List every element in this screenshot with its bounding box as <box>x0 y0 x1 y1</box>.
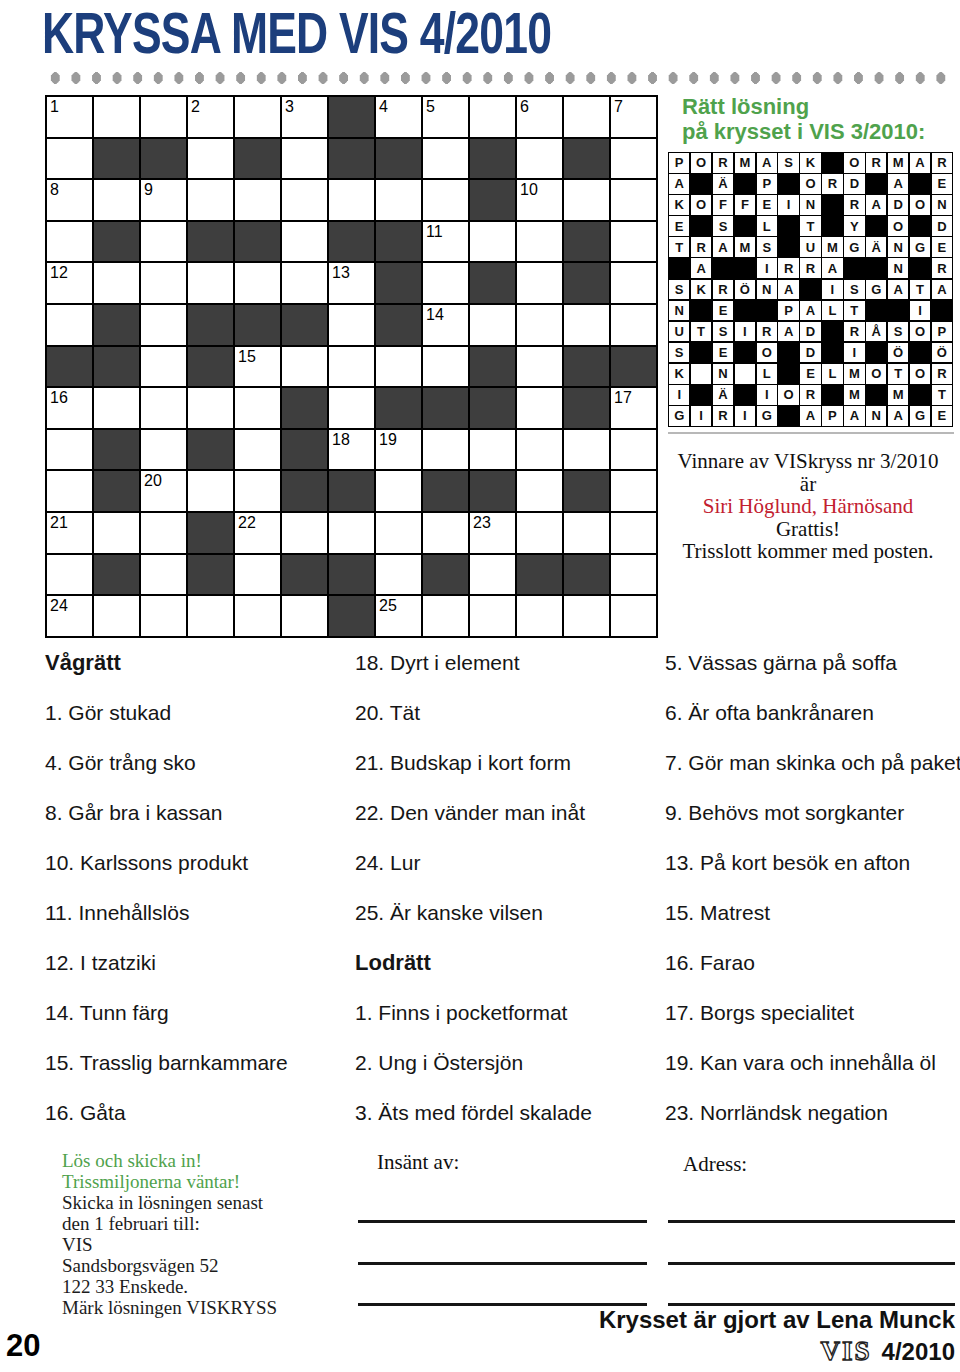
grid-cell[interactable] <box>235 97 280 137</box>
grid-cell[interactable] <box>188 388 233 428</box>
block-cell <box>735 301 755 321</box>
grid-cell[interactable] <box>611 180 656 220</box>
grid-cell: S <box>888 322 908 342</box>
clue-number: 3 <box>285 97 294 117</box>
grid-cell[interactable] <box>611 513 656 553</box>
grid-cell: R <box>932 258 952 278</box>
solution-letter: A <box>893 282 902 297</box>
block-cell <box>866 385 886 405</box>
clue-item: 12. I tzatziki <box>45 938 350 988</box>
clue-column-1: Vågrätt 1. Gör stukad 4. Gör trång sko 8… <box>45 638 350 1138</box>
grid-cell[interactable]: 14 <box>423 305 468 345</box>
page-title: KRYSSA MED VIS 4/2010 <box>42 0 551 66</box>
block-cell <box>94 347 139 387</box>
grid-cell: D <box>932 216 952 236</box>
grid-cell[interactable] <box>470 430 515 470</box>
grid-cell: O <box>691 195 711 215</box>
clue-item: 23. Norrländsk negation <box>665 1088 960 1138</box>
grid-cell[interactable] <box>564 513 609 553</box>
grid-cell[interactable] <box>282 596 327 636</box>
grid-cell[interactable]: 24 <box>47 596 92 636</box>
sent-by-field-line-2[interactable] <box>358 1262 647 1265</box>
grid-cell[interactable] <box>141 305 186 345</box>
author-credit: Krysset är gjort av Lena Munck <box>599 1306 955 1334</box>
solution-letter: I <box>765 261 769 276</box>
block-cell <box>188 222 233 262</box>
grid-cell[interactable]: 19 <box>376 430 421 470</box>
solution-letter: M <box>849 366 860 381</box>
solution-letter: O <box>849 155 859 170</box>
grid-cell[interactable] <box>94 180 139 220</box>
grid-cell[interactable]: 6 <box>517 97 562 137</box>
grid-cell[interactable] <box>141 263 186 303</box>
solution-grid: PORMASKORMARAÄPORDAEKOFFEINRADONESLTYODT… <box>668 152 953 427</box>
clue-item: 1. Gör stukad <box>45 688 350 738</box>
grid-cell[interactable] <box>235 555 280 595</box>
clue-number: 18 <box>332 430 350 450</box>
grid-cell: O <box>778 385 798 405</box>
clue-column-3: 5. Vässas gärna på soffa 6. Är ofta bank… <box>665 638 960 1138</box>
sent-by-label: Insänt av: <box>377 1150 459 1175</box>
solution-letter: T <box>850 303 858 318</box>
grid-cell[interactable]: 9 <box>141 180 186 220</box>
grid-cell[interactable] <box>94 596 139 636</box>
solution-letter: I <box>918 303 922 318</box>
grid-cell[interactable] <box>47 555 92 595</box>
solution-letter: A <box>915 155 924 170</box>
grid-cell: O <box>910 195 930 215</box>
clue-item: 1. Finns i pocketformat <box>355 988 660 1038</box>
solution-letter: S <box>719 219 728 234</box>
clue-item: 9. Behövs mot sorgkanter <box>665 788 960 838</box>
grid-cell: A <box>778 322 798 342</box>
grid-cell[interactable]: 22 <box>235 513 280 553</box>
solution-letter: I <box>765 387 769 402</box>
grid-cell[interactable] <box>188 139 233 179</box>
block-cell <box>470 471 515 511</box>
grid-cell[interactable] <box>282 263 327 303</box>
clue-number: 21 <box>50 513 68 533</box>
grid-cell[interactable] <box>376 513 421 553</box>
grid-cell[interactable] <box>141 596 186 636</box>
grid-cell <box>735 364 755 384</box>
grid-cell: Y <box>844 216 864 236</box>
solution-letter: P <box>938 324 947 339</box>
grid-cell[interactable]: 12 <box>47 263 92 303</box>
clue-number: 11 <box>426 222 443 242</box>
grid-cell[interactable] <box>282 180 327 220</box>
solution-letter: M <box>739 240 750 255</box>
grid-cell[interactable]: 20 <box>141 471 186 511</box>
grid-cell[interactable] <box>141 388 186 428</box>
grid-cell: M <box>735 237 755 257</box>
grid-cell: G <box>844 237 864 257</box>
grid-cell[interactable] <box>564 305 609 345</box>
grid-cell[interactable] <box>188 596 233 636</box>
grid-cell[interactable]: 25 <box>376 596 421 636</box>
solution-letter: I <box>677 387 681 402</box>
grid-cell[interactable] <box>94 513 139 553</box>
grid-cell[interactable] <box>188 180 233 220</box>
grid-cell[interactable] <box>282 139 327 179</box>
grid-cell[interactable] <box>517 305 562 345</box>
block-cell <box>669 258 689 278</box>
grid-cell[interactable] <box>376 471 421 511</box>
clue-number: 12 <box>50 263 68 283</box>
grid-cell: Å <box>866 322 886 342</box>
grid-cell[interactable] <box>564 180 609 220</box>
grid-cell[interactable] <box>517 347 562 387</box>
grid-cell: I <box>669 385 689 405</box>
grid-cell[interactable]: 17 <box>611 388 656 428</box>
grid-cell[interactable] <box>235 388 280 428</box>
solution-letter: A <box>872 197 881 212</box>
grid-cell: A <box>800 301 820 321</box>
solution-letter: O <box>696 155 706 170</box>
solution-letter: S <box>675 345 684 360</box>
grid-cell[interactable] <box>517 430 562 470</box>
grid-cell[interactable] <box>141 222 186 262</box>
block-cell <box>800 280 820 300</box>
clue-number: 19 <box>379 430 397 450</box>
grid-cell[interactable] <box>517 513 562 553</box>
grid-cell: U <box>669 322 689 342</box>
page-number: 20 <box>6 1328 40 1364</box>
clue-item: 3. Äts med fördel skalade <box>355 1088 660 1138</box>
block-cell <box>329 555 374 595</box>
solution-letter: E <box>675 219 684 234</box>
grid-cell[interactable] <box>423 513 468 553</box>
grid-cell[interactable]: 1 <box>47 97 92 137</box>
solution-letter: O <box>893 219 903 234</box>
submission-info: Lös och skicka in! Trissmiljonerna vänta… <box>62 1150 277 1318</box>
grid-cell[interactable] <box>235 596 280 636</box>
block-cell <box>235 305 280 345</box>
grid-cell: P <box>822 406 842 426</box>
block-cell <box>282 555 327 595</box>
block-cell <box>423 388 468 428</box>
solution-letter: O <box>915 366 925 381</box>
grid-cell: I <box>757 258 777 278</box>
grid-cell: O <box>910 364 930 384</box>
grid-cell: R <box>757 322 777 342</box>
grid-cell[interactable] <box>94 263 139 303</box>
grid-cell[interactable] <box>611 222 656 262</box>
grid-cell[interactable] <box>235 180 280 220</box>
clue-item: 19. Kan vara och innehålla öl <box>665 1038 960 1088</box>
grid-cell: R <box>691 237 711 257</box>
solution-letter: S <box>762 240 771 255</box>
grid-cell[interactable] <box>141 555 186 595</box>
clue-item: 16. Gåta <box>45 1088 350 1138</box>
clue-item: 24. Lur <box>355 838 660 888</box>
block-cell <box>822 343 842 363</box>
solution-letter: D <box>806 345 815 360</box>
issue-number: 4/2010 <box>882 1338 955 1366</box>
grid-cell: Ä <box>866 237 886 257</box>
grid-cell[interactable] <box>47 471 92 511</box>
grid-cell[interactable]: 13 <box>329 263 374 303</box>
clue-item: 10. Karlssons produkt <box>45 838 350 888</box>
grid-cell[interactable] <box>611 555 656 595</box>
grid-cell[interactable] <box>235 471 280 511</box>
grid-cell[interactable]: 23 <box>470 513 515 553</box>
block-cell <box>470 139 515 179</box>
solution-letter: R <box>850 197 859 212</box>
grid-cell: D <box>800 322 820 342</box>
grid-cell[interactable] <box>517 388 562 428</box>
clue-item: 7. Gör man skinka och på paket <box>665 738 960 788</box>
grid-cell[interactable] <box>517 471 562 511</box>
block-cell <box>188 305 233 345</box>
block-cell <box>329 139 374 179</box>
grid-cell: R <box>844 322 864 342</box>
grid-cell[interactable] <box>611 471 656 511</box>
grid-cell[interactable] <box>188 263 233 303</box>
block-cell <box>470 388 515 428</box>
grid-cell[interactable]: 18 <box>329 430 374 470</box>
grid-cell[interactable] <box>94 388 139 428</box>
solution-letter: R <box>718 155 727 170</box>
solution-letter: N <box>937 197 946 212</box>
grid-cell: R <box>932 153 952 173</box>
submission-line: den 1 februari till: <box>62 1213 277 1234</box>
grid-cell[interactable] <box>564 97 609 137</box>
grid-cell: O <box>757 343 777 363</box>
grid-cell[interactable] <box>517 139 562 179</box>
block-cell <box>735 174 755 194</box>
block-cell <box>910 385 930 405</box>
solution-letter: O <box>762 345 772 360</box>
grid-cell: A <box>800 406 820 426</box>
grid-cell: G <box>910 406 930 426</box>
solution-letter: Y <box>850 219 859 234</box>
solution-letter: E <box>938 176 947 191</box>
block-cell <box>376 139 421 179</box>
grid-cell[interactable] <box>329 305 374 345</box>
block-cell <box>141 139 186 179</box>
grid-cell: T <box>844 301 864 321</box>
clue-number: 20 <box>144 471 162 491</box>
solution-letter: A <box>675 176 684 191</box>
solution-letter: G <box>849 240 859 255</box>
grid-cell[interactable]: 2 <box>188 97 233 137</box>
grid-cell[interactable] <box>564 596 609 636</box>
grid-cell[interactable] <box>235 263 280 303</box>
clue-column-2: 18. Dyrt i element 20. Tät 21. Budskap i… <box>355 638 660 1138</box>
grid-cell[interactable] <box>376 180 421 220</box>
grid-cell: D <box>888 195 908 215</box>
grid-cell[interactable] <box>141 97 186 137</box>
solution-letter: R <box>937 366 946 381</box>
grid-cell[interactable] <box>329 513 374 553</box>
block-cell <box>611 347 656 387</box>
address-field-line-1[interactable] <box>668 1220 955 1223</box>
solution-letter: N <box>806 197 815 212</box>
crossword-puzzle-grid: 1234567891011121314151617181920212223242… <box>45 95 658 638</box>
grid-cell[interactable] <box>47 430 92 470</box>
grid-cell[interactable] <box>282 347 327 387</box>
grid-cell[interactable] <box>329 347 374 387</box>
grid-cell[interactable] <box>282 222 327 262</box>
solution-letter: R <box>937 261 946 276</box>
solution-letter: S <box>850 282 859 297</box>
grid-cell[interactable] <box>470 97 515 137</box>
block-cell <box>778 343 798 363</box>
block-cell <box>564 263 609 303</box>
grid-cell: R <box>713 153 733 173</box>
grid-cell: R <box>932 364 952 384</box>
grid-cell: R <box>713 280 733 300</box>
solution-letter: M <box>893 387 904 402</box>
solution-letter: S <box>719 324 728 339</box>
clue-item: 11. Innehållslös <box>45 888 350 938</box>
clue-number: 15 <box>238 347 256 367</box>
grid-cell[interactable] <box>611 263 656 303</box>
solution-letter: T <box>938 387 946 402</box>
clue-number: 17 <box>614 388 632 408</box>
grid-cell[interactable] <box>141 513 186 553</box>
grid-cell[interactable] <box>470 555 515 595</box>
grid-cell[interactable] <box>423 263 468 303</box>
block-cell <box>329 97 374 137</box>
solution-letter: N <box>893 240 902 255</box>
grid-cell: I <box>757 385 777 405</box>
grid-cell[interactable] <box>611 139 656 179</box>
grid-cell: O <box>888 216 908 236</box>
grid-cell: A <box>691 258 711 278</box>
grid-cell[interactable] <box>517 596 562 636</box>
grid-cell[interactable] <box>423 596 468 636</box>
block-cell <box>910 216 930 236</box>
grid-cell[interactable] <box>423 430 468 470</box>
grid-cell[interactable]: 5 <box>423 97 468 137</box>
grid-cell[interactable] <box>470 222 515 262</box>
grid-cell[interactable]: 16 <box>47 388 92 428</box>
solution-letter: E <box>806 366 815 381</box>
block-cell <box>735 385 755 405</box>
grid-cell: Ö <box>735 280 755 300</box>
separator-line <box>668 432 954 434</box>
grid-cell: I <box>691 406 711 426</box>
grid-cell: F <box>735 195 755 215</box>
winner-line: är <box>658 473 958 496</box>
grid-cell[interactable] <box>376 555 421 595</box>
solution-letter: N <box>718 366 727 381</box>
solution-letter: K <box>675 197 684 212</box>
grid-cell[interactable] <box>611 305 656 345</box>
grid-cell[interactable]: 7 <box>611 97 656 137</box>
block-cell <box>778 237 798 257</box>
grid-cell[interactable] <box>188 471 233 511</box>
submission-line: Sandsborgsvägen 52 <box>62 1255 277 1276</box>
address-field-line-2[interactable] <box>668 1262 955 1265</box>
grid-cell[interactable]: 11 <box>423 222 468 262</box>
grid-cell[interactable] <box>141 430 186 470</box>
grid-cell[interactable] <box>470 305 515 345</box>
vis-logo: VIS <box>821 1336 872 1367</box>
grid-cell: R <box>866 153 886 173</box>
down-header: Lodrätt <box>355 938 660 988</box>
grid-cell: O <box>691 153 711 173</box>
solution-letter: Ä <box>872 240 881 255</box>
grid-cell[interactable] <box>141 347 186 387</box>
grid-cell[interactable] <box>47 222 92 262</box>
clue-item: 17. Borgs specialitet <box>665 988 960 1038</box>
grid-cell: N <box>866 406 886 426</box>
block-cell <box>822 153 842 173</box>
grid-cell[interactable] <box>423 139 468 179</box>
grid-cell[interactable] <box>47 139 92 179</box>
grid-cell[interactable]: 8 <box>47 180 92 220</box>
grid-cell[interactable] <box>329 180 374 220</box>
solution-letter: A <box>937 282 946 297</box>
clue-item: 20. Tät <box>355 688 660 738</box>
grid-cell[interactable]: 3 <box>282 97 327 137</box>
grid-cell[interactable]: 21 <box>47 513 92 553</box>
grid-cell[interactable]: 4 <box>376 97 421 137</box>
address-label: Adress: <box>683 1152 747 1177</box>
grid-cell[interactable] <box>94 97 139 137</box>
clue-number: 1 <box>50 97 59 117</box>
block-cell <box>423 555 468 595</box>
solution-letter: L <box>763 219 771 234</box>
block-cell <box>735 216 755 236</box>
grid-cell: E <box>713 343 733 363</box>
submission-callout: Lös och skicka in! <box>62 1150 277 1171</box>
grid-cell[interactable] <box>376 347 421 387</box>
grid-cell: Ö <box>888 343 908 363</box>
grid-cell: A <box>932 280 952 300</box>
grid-cell[interactable] <box>470 596 515 636</box>
grid-cell[interactable] <box>282 513 327 553</box>
grid-cell[interactable]: 15 <box>235 347 280 387</box>
grid-cell[interactable] <box>235 430 280 470</box>
grid-cell[interactable] <box>517 222 562 262</box>
sent-by-field-line-1[interactable] <box>358 1220 647 1223</box>
grid-cell: R <box>822 174 842 194</box>
block-cell <box>235 222 280 262</box>
grid-cell[interactable] <box>329 388 374 428</box>
grid-cell[interactable] <box>47 305 92 345</box>
clue-item: 4. Gör trång sko <box>45 738 350 788</box>
clue-item: 21. Budskap i kort form <box>355 738 660 788</box>
solution-letter: E <box>719 345 728 360</box>
grid-cell[interactable] <box>423 180 468 220</box>
grid-cell[interactable] <box>611 596 656 636</box>
grid-cell: A <box>888 406 908 426</box>
block-cell <box>329 222 374 262</box>
issue-line: VIS 4/2010 <box>821 1336 955 1367</box>
grid-cell: E <box>932 174 952 194</box>
grid-cell[interactable] <box>611 430 656 470</box>
grid-cell: K <box>669 195 689 215</box>
clue-number: 2 <box>191 97 200 117</box>
block-cell <box>778 364 798 384</box>
grid-cell: I <box>844 343 864 363</box>
grid-cell: I <box>735 322 755 342</box>
solution-letter: S <box>784 155 793 170</box>
solution-letter: S <box>675 282 684 297</box>
grid-cell[interactable] <box>517 263 562 303</box>
solution-letter: P <box>828 408 837 423</box>
grid-cell[interactable] <box>564 430 609 470</box>
grid-cell[interactable]: 10 <box>517 180 562 220</box>
block-cell <box>376 263 421 303</box>
grid-cell: S <box>757 237 777 257</box>
solution-letter: P <box>762 176 771 191</box>
grid-cell[interactable] <box>423 347 468 387</box>
